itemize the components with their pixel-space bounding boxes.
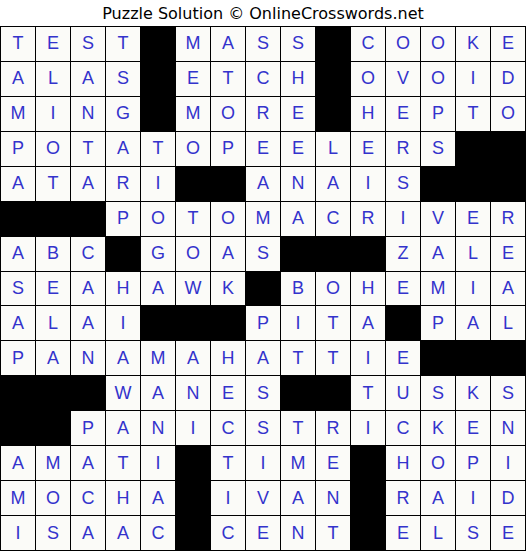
- letter-cell-r10c10: T: [316, 341, 351, 376]
- letter-cell-r15c12: E: [386, 516, 421, 551]
- letter-cell-r1c8: S: [246, 27, 281, 62]
- letter-cell-r12c13: K: [421, 411, 456, 446]
- letter-cell-r1c2: E: [36, 27, 71, 62]
- letter-cell-r3c9: E: [281, 97, 316, 132]
- letter-cell-r5c11: I: [351, 167, 386, 202]
- letter-cell-r6c9: A: [281, 202, 316, 237]
- letter-cell-r10c7: H: [211, 341, 246, 376]
- letter-cell-r15c3: A: [71, 516, 106, 551]
- letter-cell-r2c14: I: [456, 62, 491, 97]
- letter-cell-r1c11: C: [351, 27, 386, 62]
- letter-cell-r6c8: M: [246, 202, 281, 237]
- black-cell-r12c1: [1, 411, 36, 446]
- letter-cell-r12c9: T: [281, 411, 316, 446]
- letter-cell-r5c12: S: [386, 167, 421, 202]
- letter-cell-r10c3: N: [71, 341, 106, 376]
- letter-cell-r11c6: N: [176, 376, 211, 411]
- letter-cell-r4c5: T: [141, 132, 176, 167]
- letter-cell-r15c14: S: [456, 516, 491, 551]
- letter-cell-r7c8: S: [246, 237, 281, 272]
- letter-cell-r12c10: R: [316, 411, 351, 446]
- black-cell-r7c10: [316, 237, 351, 272]
- letter-cell-r14c12: R: [386, 481, 421, 516]
- letter-cell-r7c13: A: [421, 237, 456, 272]
- letter-cell-r4c3: T: [71, 132, 106, 167]
- black-cell-r4c14: [456, 132, 491, 167]
- black-cell-r5c14: [456, 167, 491, 202]
- letter-cell-r15c13: L: [421, 516, 456, 551]
- letter-cell-r5c1: A: [1, 167, 36, 202]
- letter-cell-r5c9: N: [281, 167, 316, 202]
- letter-cell-r12c11: I: [351, 411, 386, 446]
- letter-cell-r3c15: O: [491, 97, 526, 132]
- letter-cell-r11c13: S: [421, 376, 456, 411]
- black-cell-r15c6: [176, 516, 211, 551]
- letter-cell-r9c2: L: [36, 306, 71, 341]
- letter-cell-r12c12: C: [386, 411, 421, 446]
- letter-cell-r14c14: I: [456, 481, 491, 516]
- letter-cell-r9c8: P: [246, 306, 281, 341]
- letter-cell-r14c8: V: [246, 481, 281, 516]
- black-cell-r11c3: [71, 376, 106, 411]
- black-cell-r9c6: [176, 306, 211, 341]
- letter-cell-r2c7: T: [211, 62, 246, 97]
- letter-cell-r4c4: A: [106, 132, 141, 167]
- letter-cell-r11c14: K: [456, 376, 491, 411]
- black-cell-r6c1: [1, 202, 36, 237]
- black-cell-r6c3: [71, 202, 106, 237]
- letter-cell-r9c3: A: [71, 306, 106, 341]
- puzzle-solution-page: Puzzle Solution © OnlineCrosswords.net T…: [0, 0, 526, 551]
- letter-cell-r8c14: I: [456, 272, 491, 307]
- letter-cell-r3c13: P: [421, 97, 456, 132]
- letter-cell-r15c9: N: [281, 516, 316, 551]
- black-cell-r14c6: [176, 481, 211, 516]
- letter-cell-r15c4: A: [106, 516, 141, 551]
- letter-cell-r1c9: S: [281, 27, 316, 62]
- letter-cell-r1c15: E: [491, 27, 526, 62]
- letter-cell-r1c6: M: [176, 27, 211, 62]
- letter-cell-r8c2: E: [36, 272, 71, 307]
- letter-cell-r8c7: K: [211, 272, 246, 307]
- letter-cell-r1c4: T: [106, 27, 141, 62]
- black-cell-r5c7: [211, 167, 246, 202]
- letter-cell-r14c1: M: [1, 481, 36, 516]
- letter-cell-r3c2: I: [36, 97, 71, 132]
- letter-cell-r12c6: I: [176, 411, 211, 446]
- letter-cell-r4c13: S: [421, 132, 456, 167]
- letter-cell-r14c3: C: [71, 481, 106, 516]
- letter-cell-r15c8: E: [246, 516, 281, 551]
- letter-cell-r9c14: A: [456, 306, 491, 341]
- letter-cell-r11c15: S: [491, 376, 526, 411]
- letter-cell-r9c4: I: [106, 306, 141, 341]
- letter-cell-r5c3: A: [71, 167, 106, 202]
- letter-cell-r14c13: A: [421, 481, 456, 516]
- black-cell-r8c8: [246, 272, 281, 307]
- letter-cell-r1c3: S: [71, 27, 106, 62]
- letter-cell-r1c1: T: [1, 27, 36, 62]
- black-cell-r9c12: [386, 306, 421, 341]
- black-cell-r11c10: [316, 376, 351, 411]
- letter-cell-r6c13: V: [421, 202, 456, 237]
- letter-cell-r12c14: E: [456, 411, 491, 446]
- letter-cell-r2c12: V: [386, 62, 421, 97]
- letter-cell-r4c2: O: [36, 132, 71, 167]
- letter-cell-r4c11: E: [351, 132, 386, 167]
- black-cell-r7c11: [351, 237, 386, 272]
- letter-cell-r11c11: T: [351, 376, 386, 411]
- black-cell-r5c15: [491, 167, 526, 202]
- black-cell-r7c4: [106, 237, 141, 272]
- black-cell-r1c10: [316, 27, 351, 62]
- letter-cell-r4c8: E: [246, 132, 281, 167]
- letter-cell-r8c4: H: [106, 272, 141, 307]
- letter-cell-r13c2: M: [36, 446, 71, 481]
- letter-cell-r3c8: R: [246, 97, 281, 132]
- letter-cell-r13c15: I: [491, 446, 526, 481]
- letter-cell-r2c13: O: [421, 62, 456, 97]
- letter-cell-r6c5: O: [141, 202, 176, 237]
- letter-cell-r9c15: L: [491, 306, 526, 341]
- letter-cell-r11c8: S: [246, 376, 281, 411]
- page-title: Puzzle Solution © OnlineCrosswords.net: [0, 0, 526, 26]
- crossword-grid: TESTMASSCOOKEALASETCHOVOIDMINGMOREHEPTOP…: [0, 26, 526, 551]
- letter-cell-r2c6: E: [176, 62, 211, 97]
- letter-cell-r14c9: A: [281, 481, 316, 516]
- letter-cell-r12c3: P: [71, 411, 106, 446]
- letter-cell-r5c8: A: [246, 167, 281, 202]
- black-cell-r1c5: [141, 27, 176, 62]
- letter-cell-r6c11: R: [351, 202, 386, 237]
- letter-cell-r13c10: E: [316, 446, 351, 481]
- letter-cell-r13c5: I: [141, 446, 176, 481]
- black-cell-r10c15: [491, 341, 526, 376]
- letter-cell-r3c12: E: [386, 97, 421, 132]
- black-cell-r6c2: [36, 202, 71, 237]
- letter-cell-r8c13: M: [421, 272, 456, 307]
- letter-cell-r14c10: N: [316, 481, 351, 516]
- letter-cell-r8c10: O: [316, 272, 351, 307]
- letter-cell-r13c1: A: [1, 446, 36, 481]
- letter-cell-r13c7: T: [211, 446, 246, 481]
- letter-cell-r14c4: H: [106, 481, 141, 516]
- letter-cell-r4c7: P: [211, 132, 246, 167]
- letter-cell-r1c14: K: [456, 27, 491, 62]
- letter-cell-r15c1: I: [1, 516, 36, 551]
- letter-cell-r7c15: E: [491, 237, 526, 272]
- black-cell-r15c11: [351, 516, 386, 551]
- letter-cell-r14c7: I: [211, 481, 246, 516]
- letter-cell-r10c11: I: [351, 341, 386, 376]
- letter-cell-r12c8: S: [246, 411, 281, 446]
- letter-cell-r13c8: I: [246, 446, 281, 481]
- letter-cell-r2c2: L: [36, 62, 71, 97]
- letter-cell-r4c12: R: [386, 132, 421, 167]
- letter-cell-r13c14: P: [456, 446, 491, 481]
- black-cell-r11c9: [281, 376, 316, 411]
- letter-cell-r2c4: S: [106, 62, 141, 97]
- letter-cell-r4c1: P: [1, 132, 36, 167]
- letter-cell-r13c3: A: [71, 446, 106, 481]
- letter-cell-r10c12: E: [386, 341, 421, 376]
- letter-cell-r2c3: A: [71, 62, 106, 97]
- letter-cell-r15c5: C: [141, 516, 176, 551]
- letter-cell-r8c12: E: [386, 272, 421, 307]
- letter-cell-r10c1: P: [1, 341, 36, 376]
- letter-cell-r10c9: T: [281, 341, 316, 376]
- letter-cell-r3c7: O: [211, 97, 246, 132]
- black-cell-r11c1: [1, 376, 36, 411]
- letter-cell-r6c7: O: [211, 202, 246, 237]
- letter-cell-r8c15: A: [491, 272, 526, 307]
- letter-cell-r7c6: O: [176, 237, 211, 272]
- black-cell-r3c10: [316, 97, 351, 132]
- letter-cell-r15c7: C: [211, 516, 246, 551]
- letter-cell-r2c11: O: [351, 62, 386, 97]
- letter-cell-r14c5: A: [141, 481, 176, 516]
- letter-cell-r7c5: G: [141, 237, 176, 272]
- letter-cell-r6c10: C: [316, 202, 351, 237]
- letter-cell-r10c8: A: [246, 341, 281, 376]
- black-cell-r5c6: [176, 167, 211, 202]
- letter-cell-r5c4: R: [106, 167, 141, 202]
- letter-cell-r10c6: A: [176, 341, 211, 376]
- letter-cell-r6c15: R: [491, 202, 526, 237]
- letter-cell-r13c13: O: [421, 446, 456, 481]
- letter-cell-r5c5: I: [141, 167, 176, 202]
- letter-cell-r2c8: C: [246, 62, 281, 97]
- letter-cell-r12c7: C: [211, 411, 246, 446]
- letter-cell-r4c10: L: [316, 132, 351, 167]
- black-cell-r13c6: [176, 446, 211, 481]
- letter-cell-r8c1: S: [1, 272, 36, 307]
- letter-cell-r11c12: U: [386, 376, 421, 411]
- letter-cell-r2c15: D: [491, 62, 526, 97]
- letter-cell-r1c7: A: [211, 27, 246, 62]
- black-cell-r14c11: [351, 481, 386, 516]
- letter-cell-r11c7: E: [211, 376, 246, 411]
- letter-cell-r8c5: A: [141, 272, 176, 307]
- letter-cell-r3c11: H: [351, 97, 386, 132]
- letter-cell-r2c9: H: [281, 62, 316, 97]
- letter-cell-r1c12: O: [386, 27, 421, 62]
- letter-cell-r10c5: M: [141, 341, 176, 376]
- letter-cell-r14c2: O: [36, 481, 71, 516]
- letter-cell-r11c4: W: [106, 376, 141, 411]
- letter-cell-r10c4: A: [106, 341, 141, 376]
- black-cell-r9c5: [141, 306, 176, 341]
- letter-cell-r8c6: W: [176, 272, 211, 307]
- letter-cell-r13c9: M: [281, 446, 316, 481]
- letter-cell-r9c1: A: [1, 306, 36, 341]
- letter-cell-r13c12: H: [386, 446, 421, 481]
- letter-cell-r7c12: Z: [386, 237, 421, 272]
- letter-cell-r12c4: A: [106, 411, 141, 446]
- letter-cell-r12c15: N: [491, 411, 526, 446]
- letter-cell-r7c14: L: [456, 237, 491, 272]
- letter-cell-r3c6: M: [176, 97, 211, 132]
- letter-cell-r4c6: O: [176, 132, 211, 167]
- letter-cell-r7c1: A: [1, 237, 36, 272]
- letter-cell-r7c3: C: [71, 237, 106, 272]
- letter-cell-r5c2: T: [36, 167, 71, 202]
- black-cell-r12c2: [36, 411, 71, 446]
- black-cell-r11c2: [36, 376, 71, 411]
- letter-cell-r10c2: A: [36, 341, 71, 376]
- letter-cell-r3c14: T: [456, 97, 491, 132]
- black-cell-r3c5: [141, 97, 176, 132]
- letter-cell-r15c2: S: [36, 516, 71, 551]
- black-cell-r2c5: [141, 62, 176, 97]
- black-cell-r13c11: [351, 446, 386, 481]
- letter-cell-r14c15: D: [491, 481, 526, 516]
- letter-cell-r15c15: E: [491, 516, 526, 551]
- letter-cell-r8c11: H: [351, 272, 386, 307]
- letter-cell-r15c10: T: [316, 516, 351, 551]
- letter-cell-r12c5: N: [141, 411, 176, 446]
- letter-cell-r6c6: T: [176, 202, 211, 237]
- black-cell-r10c13: [421, 341, 456, 376]
- black-cell-r9c7: [211, 306, 246, 341]
- letter-cell-r4c9: E: [281, 132, 316, 167]
- letter-cell-r5c10: A: [316, 167, 351, 202]
- letter-cell-r3c4: G: [106, 97, 141, 132]
- letter-cell-r6c4: P: [106, 202, 141, 237]
- black-cell-r10c14: [456, 341, 491, 376]
- letter-cell-r13c4: T: [106, 446, 141, 481]
- black-cell-r7c9: [281, 237, 316, 272]
- letter-cell-r11c5: A: [141, 376, 176, 411]
- black-cell-r5c13: [421, 167, 456, 202]
- letter-cell-r7c2: B: [36, 237, 71, 272]
- letter-cell-r6c12: I: [386, 202, 421, 237]
- letter-cell-r8c3: A: [71, 272, 106, 307]
- letter-cell-r3c1: M: [1, 97, 36, 132]
- letter-cell-r1c13: O: [421, 27, 456, 62]
- letter-cell-r9c10: T: [316, 306, 351, 341]
- letter-cell-r9c11: A: [351, 306, 386, 341]
- letter-cell-r3c3: N: [71, 97, 106, 132]
- letter-cell-r7c7: A: [211, 237, 246, 272]
- letter-cell-r2c1: A: [1, 62, 36, 97]
- letter-cell-r9c9: I: [281, 306, 316, 341]
- letter-cell-r9c13: P: [421, 306, 456, 341]
- black-cell-r2c10: [316, 62, 351, 97]
- black-cell-r4c15: [491, 132, 526, 167]
- letter-cell-r6c14: E: [456, 202, 491, 237]
- letter-cell-r8c9: B: [281, 272, 316, 307]
